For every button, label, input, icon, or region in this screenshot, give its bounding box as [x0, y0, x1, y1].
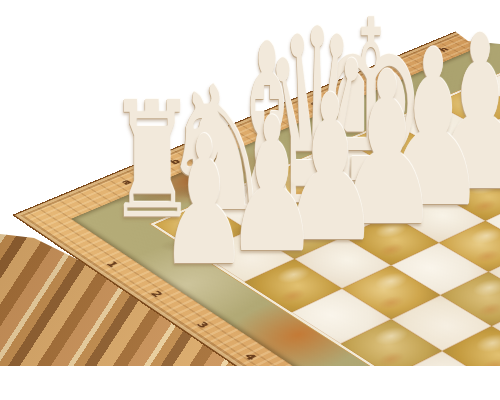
product-photo-chess-set: abcdefgh12345678 ♚♛♝♞♜♟♟♟♟♟♟ [0, 0, 500, 400]
board-photo-area: abcdefgh12345678 [0, 0, 500, 366]
